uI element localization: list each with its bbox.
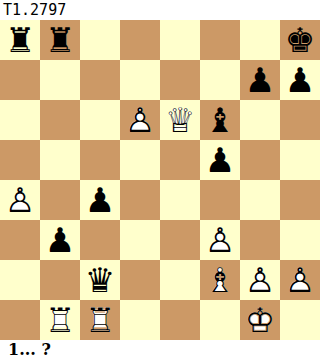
- square-c3[interactable]: [80, 220, 120, 260]
- white-pawn-fill: ♟: [0, 180, 40, 220]
- square-d1[interactable]: [120, 300, 160, 340]
- square-g7[interactable]: ♟: [240, 60, 280, 100]
- white-pawn-fill: ♟: [200, 220, 240, 260]
- white-king-fill: ♚: [240, 300, 280, 340]
- square-a1[interactable]: [0, 300, 40, 340]
- square-h1[interactable]: [280, 300, 320, 340]
- square-h3[interactable]: [280, 220, 320, 260]
- square-e3[interactable]: [160, 220, 200, 260]
- square-f7[interactable]: [200, 60, 240, 100]
- square-d7[interactable]: [120, 60, 160, 100]
- chess-puzzle-window: T1.2797 ♜♜♚♟♟♟♙♛♕♝♟♟♙♟♟♟♙♛♝♗♟♙♟♙♜♖♜♖♚♔ 1…: [0, 0, 320, 360]
- white-pawn-fill: ♟: [280, 260, 320, 300]
- black-queen-piece: ♛: [80, 260, 120, 300]
- square-e6[interactable]: ♛♕: [160, 100, 200, 140]
- white-bishop-fill: ♝: [200, 260, 240, 300]
- square-d2[interactable]: [120, 260, 160, 300]
- square-g3[interactable]: [240, 220, 280, 260]
- white-pawn-piece: ♙: [280, 260, 320, 300]
- square-h4[interactable]: [280, 180, 320, 220]
- square-d8[interactable]: [120, 20, 160, 60]
- white-pawn-fill: ♟: [240, 260, 280, 300]
- square-d5[interactable]: [120, 140, 160, 180]
- black-bishop-piece: ♝: [200, 100, 240, 140]
- square-b8[interactable]: ♜: [40, 20, 80, 60]
- square-b6[interactable]: [40, 100, 80, 140]
- square-a5[interactable]: [0, 140, 40, 180]
- square-a7[interactable]: [0, 60, 40, 100]
- square-a8[interactable]: ♜: [0, 20, 40, 60]
- square-d4[interactable]: [120, 180, 160, 220]
- square-e8[interactable]: [160, 20, 200, 60]
- chess-board: ♜♜♚♟♟♟♙♛♕♝♟♟♙♟♟♟♙♛♝♗♟♙♟♙♜♖♜♖♚♔: [0, 20, 320, 340]
- white-rook-piece: ♖: [40, 300, 80, 340]
- square-g2[interactable]: ♟♙: [240, 260, 280, 300]
- square-f1[interactable]: [200, 300, 240, 340]
- square-f8[interactable]: [200, 20, 240, 60]
- square-f3[interactable]: ♟♙: [200, 220, 240, 260]
- black-pawn-piece: ♟: [80, 180, 120, 220]
- square-g5[interactable]: [240, 140, 280, 180]
- square-e2[interactable]: [160, 260, 200, 300]
- square-e4[interactable]: [160, 180, 200, 220]
- square-e1[interactable]: [160, 300, 200, 340]
- black-pawn-piece: ♟: [40, 220, 80, 260]
- white-rook-fill: ♜: [80, 300, 120, 340]
- square-d6[interactable]: ♟♙: [120, 100, 160, 140]
- black-pawn-piece: ♟: [240, 60, 280, 100]
- puzzle-title: T1.2797: [0, 0, 320, 20]
- square-b5[interactable]: [40, 140, 80, 180]
- square-h8[interactable]: ♚: [280, 20, 320, 60]
- square-c8[interactable]: [80, 20, 120, 60]
- square-c6[interactable]: [80, 100, 120, 140]
- square-a6[interactable]: [0, 100, 40, 140]
- square-b7[interactable]: [40, 60, 80, 100]
- move-prompt: 1... ?: [0, 340, 320, 360]
- square-g1[interactable]: ♚♔: [240, 300, 280, 340]
- square-f4[interactable]: [200, 180, 240, 220]
- square-d3[interactable]: [120, 220, 160, 260]
- white-rook-piece: ♖: [80, 300, 120, 340]
- white-pawn-piece: ♙: [240, 260, 280, 300]
- square-f6[interactable]: ♝: [200, 100, 240, 140]
- square-e7[interactable]: [160, 60, 200, 100]
- white-bishop-piece: ♗: [200, 260, 240, 300]
- square-f2[interactable]: ♝♗: [200, 260, 240, 300]
- black-king-piece: ♚: [280, 20, 320, 60]
- square-g6[interactable]: [240, 100, 280, 140]
- square-c1[interactable]: ♜♖: [80, 300, 120, 340]
- black-rook-piece: ♜: [0, 20, 40, 60]
- square-a4[interactable]: ♟♙: [0, 180, 40, 220]
- square-b1[interactable]: ♜♖: [40, 300, 80, 340]
- white-pawn-piece: ♙: [0, 180, 40, 220]
- square-h5[interactable]: [280, 140, 320, 180]
- square-g4[interactable]: [240, 180, 280, 220]
- square-b4[interactable]: [40, 180, 80, 220]
- white-queen-fill: ♛: [160, 100, 200, 140]
- white-pawn-piece: ♙: [200, 220, 240, 260]
- square-c4[interactable]: ♟: [80, 180, 120, 220]
- white-pawn-fill: ♟: [120, 100, 160, 140]
- square-b3[interactable]: ♟: [40, 220, 80, 260]
- square-e5[interactable]: [160, 140, 200, 180]
- black-pawn-piece: ♟: [200, 140, 240, 180]
- white-queen-piece: ♕: [160, 100, 200, 140]
- square-c5[interactable]: [80, 140, 120, 180]
- white-king-piece: ♔: [240, 300, 280, 340]
- square-h6[interactable]: [280, 100, 320, 140]
- black-rook-piece: ♜: [40, 20, 80, 60]
- square-f5[interactable]: ♟: [200, 140, 240, 180]
- square-g8[interactable]: [240, 20, 280, 60]
- black-pawn-piece: ♟: [280, 60, 320, 100]
- square-h2[interactable]: ♟♙: [280, 260, 320, 300]
- white-rook-fill: ♜: [40, 300, 80, 340]
- square-h7[interactable]: ♟: [280, 60, 320, 100]
- square-a2[interactable]: [0, 260, 40, 300]
- square-a3[interactable]: [0, 220, 40, 260]
- square-c2[interactable]: ♛: [80, 260, 120, 300]
- white-pawn-piece: ♙: [120, 100, 160, 140]
- square-b2[interactable]: [40, 260, 80, 300]
- square-c7[interactable]: [80, 60, 120, 100]
